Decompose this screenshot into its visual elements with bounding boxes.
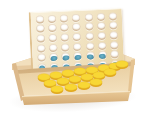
yellow-disc — [104, 69, 116, 77]
product-photo-connect-four — [0, 0, 150, 120]
tray-and-discs — [0, 0, 150, 120]
yellow-disc — [51, 86, 63, 94]
yellow-disc — [90, 79, 102, 87]
yellow-disc — [78, 82, 90, 90]
yellow-disc — [116, 61, 128, 69]
yellow-disc — [65, 84, 77, 92]
